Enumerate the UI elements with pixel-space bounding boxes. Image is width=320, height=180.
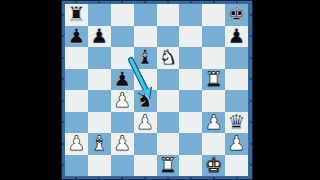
square-g3[interactable]: ♟ [202, 112, 225, 134]
square-g2[interactable] [202, 133, 225, 155]
square-g7[interactable] [202, 26, 225, 48]
piece-black-pawn: ♟ [67, 26, 85, 46]
square-c1[interactable] [111, 155, 134, 177]
square-g8[interactable] [202, 4, 225, 26]
piece-black-rook: ♜ [67, 4, 85, 24]
square-b7[interactable]: ♟ [88, 26, 111, 48]
piece-black-bishop: ♝ [136, 47, 154, 67]
square-f4[interactable] [179, 90, 202, 112]
square-a4[interactable] [65, 90, 88, 112]
piece-white-pawn: ♟ [67, 133, 85, 153]
square-g4[interactable] [202, 90, 225, 112]
square-e7[interactable] [157, 26, 180, 48]
piece-white-pawn: ♟ [228, 133, 246, 153]
square-d2[interactable] [134, 133, 157, 155]
piece-white-bishop: ♝ [90, 133, 108, 153]
video-frame: ♜♚♟♟♟♝♞♟♜♟♞♟♟♛♟♝♟♟♜♚ [0, 0, 320, 180]
square-a6[interactable] [65, 47, 88, 69]
square-b3[interactable] [88, 112, 111, 134]
square-c4[interactable]: ♟ [111, 90, 134, 112]
square-c8[interactable] [111, 4, 134, 26]
square-g6[interactable] [202, 47, 225, 69]
square-e5[interactable] [157, 69, 180, 91]
square-h1[interactable] [225, 155, 248, 177]
piece-white-rook: ♜ [205, 69, 223, 89]
square-b6[interactable] [88, 47, 111, 69]
square-a3[interactable] [65, 112, 88, 134]
square-g1[interactable]: ♚ [202, 155, 225, 177]
letterbox-left [0, 0, 61, 180]
square-a1[interactable] [65, 155, 88, 177]
square-b4[interactable] [88, 90, 111, 112]
square-h8[interactable]: ♚ [225, 4, 248, 26]
piece-black-knight: ♞ [136, 90, 154, 110]
square-h5[interactable] [225, 69, 248, 91]
frame-ticks-right [250, 4, 252, 176]
square-a2[interactable]: ♟ [65, 133, 88, 155]
piece-white-knight: ♞ [159, 47, 177, 67]
letterbox-right [253, 0, 320, 180]
square-e2[interactable] [157, 133, 180, 155]
piece-black-pawn: ♟ [90, 26, 108, 46]
square-a5[interactable] [65, 69, 88, 91]
square-c2[interactable]: ♟ [111, 133, 134, 155]
square-c3[interactable] [111, 112, 134, 134]
square-d4[interactable]: ♞ [134, 90, 157, 112]
square-e1[interactable]: ♜ [157, 155, 180, 177]
square-d8[interactable] [134, 4, 157, 26]
square-f6[interactable] [179, 47, 202, 69]
piece-white-pawn: ♟ [113, 90, 131, 110]
square-g5[interactable]: ♜ [202, 69, 225, 91]
frame-ticks-bottom [65, 177, 248, 179]
square-e4[interactable] [157, 90, 180, 112]
frame-ticks-left [62, 4, 64, 176]
square-h3[interactable]: ♛ [225, 112, 248, 134]
square-c5[interactable]: ♟ [111, 69, 134, 91]
square-b8[interactable] [88, 4, 111, 26]
square-d5[interactable] [134, 69, 157, 91]
board: ♜♚♟♟♟♝♞♟♜♟♞♟♟♛♟♝♟♟♜♚ [65, 4, 248, 176]
piece-white-pawn: ♟ [205, 112, 223, 132]
square-d1[interactable] [134, 155, 157, 177]
square-d3[interactable]: ♟ [134, 112, 157, 134]
square-f8[interactable] [179, 4, 202, 26]
square-d6[interactable]: ♝ [134, 47, 157, 69]
square-f5[interactable] [179, 69, 202, 91]
square-f7[interactable] [179, 26, 202, 48]
piece-black-queen: ♛ [228, 112, 246, 132]
piece-black-pawn: ♟ [228, 26, 246, 46]
square-c6[interactable] [111, 47, 134, 69]
piece-white-pawn: ♟ [113, 133, 131, 153]
square-a7[interactable]: ♟ [65, 26, 88, 48]
piece-white-king: ♚ [205, 155, 223, 175]
square-b1[interactable] [88, 155, 111, 177]
square-e6[interactable]: ♞ [157, 47, 180, 69]
square-c7[interactable] [111, 26, 134, 48]
square-f3[interactable] [179, 112, 202, 134]
piece-white-pawn: ♟ [136, 112, 154, 132]
square-f2[interactable] [179, 133, 202, 155]
square-e3[interactable] [157, 112, 180, 134]
square-h4[interactable] [225, 90, 248, 112]
board-frame: ♜♚♟♟♟♝♞♟♜♟♞♟♟♛♟♝♟♟♜♚ [61, 0, 253, 180]
square-f1[interactable] [179, 155, 202, 177]
piece-black-pawn: ♟ [113, 69, 131, 89]
square-h6[interactable] [225, 47, 248, 69]
piece-white-rook: ♜ [159, 155, 177, 175]
square-h7[interactable]: ♟ [225, 26, 248, 48]
piece-black-king: ♚ [228, 4, 246, 24]
square-e8[interactable] [157, 4, 180, 26]
square-d7[interactable] [134, 26, 157, 48]
square-b2[interactable]: ♝ [88, 133, 111, 155]
square-h2[interactable]: ♟ [225, 133, 248, 155]
square-a8[interactable]: ♜ [65, 4, 88, 26]
frame-ticks-top [65, 1, 248, 3]
square-b5[interactable] [88, 69, 111, 91]
